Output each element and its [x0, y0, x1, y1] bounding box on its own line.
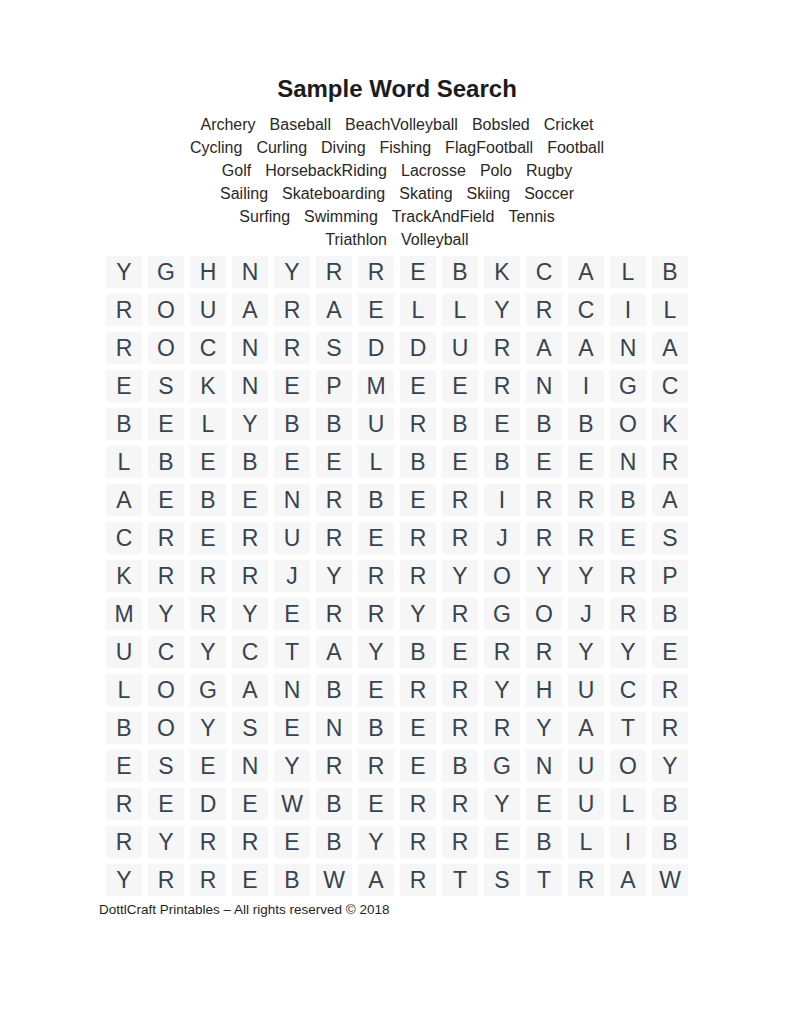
grid-cell: R [523, 633, 565, 671]
word-bank-line: TriathlonVolleyball [0, 228, 794, 251]
grid-cell: Y [271, 253, 313, 291]
grid-cell: E [271, 823, 313, 861]
grid-cell: R [397, 861, 439, 899]
grid-cell: H [523, 671, 565, 709]
grid-cell: E [523, 785, 565, 823]
grid-cell: E [439, 443, 481, 481]
grid-cell: D [355, 329, 397, 367]
grid-cell: R [145, 861, 187, 899]
grid-cell: K [649, 405, 691, 443]
grid-cell: S [145, 367, 187, 405]
grid-cell: A [229, 671, 271, 709]
grid-cell: R [523, 481, 565, 519]
grid-cell: T [439, 861, 481, 899]
grid-cell: R [397, 519, 439, 557]
grid-cell: R [607, 595, 649, 633]
grid-cell: W [313, 861, 355, 899]
word-bank-line: GolfHorsebackRidingLacrossePoloRugby [0, 159, 794, 182]
grid-cell: A [607, 861, 649, 899]
grid-cell: N [607, 443, 649, 481]
word-bank-word: Cricket [544, 116, 594, 133]
grid-cell: L [187, 405, 229, 443]
grid-cell: E [187, 747, 229, 785]
word-bank-word: Sailing [220, 185, 268, 202]
grid-cell: K [481, 253, 523, 291]
grid-cell: C [187, 329, 229, 367]
grid-cell: P [649, 557, 691, 595]
grid-cell: N [229, 367, 271, 405]
grid-cell: E [355, 785, 397, 823]
grid-cell: B [649, 785, 691, 823]
grid-cell: N [523, 747, 565, 785]
grid-cell: E [271, 367, 313, 405]
word-bank-word: Lacrosse [401, 162, 466, 179]
grid-cell: T [607, 709, 649, 747]
grid-cell: R [355, 595, 397, 633]
grid-cell: R [313, 747, 355, 785]
grid-cell: R [649, 709, 691, 747]
grid-cell: R [271, 291, 313, 329]
grid-cell: C [649, 367, 691, 405]
grid-cell: J [565, 595, 607, 633]
grid-cell: B [649, 253, 691, 291]
grid-cell: R [313, 595, 355, 633]
grid-cell: G [187, 671, 229, 709]
grid-cell: G [145, 253, 187, 291]
grid-cell: B [271, 861, 313, 899]
grid-cell: B [145, 443, 187, 481]
grid-cell: Y [565, 633, 607, 671]
grid-cell: B [355, 709, 397, 747]
grid-cell: H [187, 253, 229, 291]
grid-cell: O [607, 405, 649, 443]
grid-cell: R [187, 861, 229, 899]
grid-cell: R [439, 785, 481, 823]
grid-cell: Y [103, 253, 145, 291]
grid-cell: T [523, 861, 565, 899]
grid-cell: D [187, 785, 229, 823]
grid-cell: E [439, 633, 481, 671]
grid-cell: O [523, 595, 565, 633]
grid-cell: A [103, 481, 145, 519]
grid-cell: R [103, 785, 145, 823]
grid-cell: C [103, 519, 145, 557]
grid-cell: Y [103, 861, 145, 899]
word-bank-word: Volleyball [401, 231, 469, 248]
grid-cell: B [649, 823, 691, 861]
word-bank-word: Curling [256, 139, 307, 156]
grid-cell: E [355, 671, 397, 709]
grid-cell: G [481, 595, 523, 633]
grid-cell: C [607, 671, 649, 709]
grid-cell: I [481, 481, 523, 519]
grid-cell: E [397, 367, 439, 405]
grid-cell: B [313, 823, 355, 861]
grid-cell: K [187, 367, 229, 405]
grid-cell: G [481, 747, 523, 785]
grid-cell: S [313, 329, 355, 367]
grid-cell: P [313, 367, 355, 405]
grid-cell: C [145, 633, 187, 671]
grid-cell: I [607, 291, 649, 329]
grid-cell: E [313, 443, 355, 481]
word-bank-word: Tennis [508, 208, 554, 225]
word-bank-word: Swimming [304, 208, 378, 225]
grid-cell: N [229, 747, 271, 785]
grid-cell: R [103, 329, 145, 367]
word-bank-word: Bobsled [472, 116, 530, 133]
grid-cell: O [481, 557, 523, 595]
word-bank-word: Fishing [380, 139, 432, 156]
grid-cell: R [439, 671, 481, 709]
grid-cell: U [103, 633, 145, 671]
word-bank-line: SurfingSwimmingTrackAndFieldTennis [0, 205, 794, 228]
grid-cell: A [313, 291, 355, 329]
grid-cell: O [607, 747, 649, 785]
grid-cell: Y [481, 671, 523, 709]
grid-cell: R [355, 557, 397, 595]
grid-cell: M [355, 367, 397, 405]
grid-cell: B [523, 823, 565, 861]
grid-cell: T [271, 633, 313, 671]
grid-cell: U [271, 519, 313, 557]
grid-cell: Y [481, 291, 523, 329]
word-bank: ArcheryBaseballBeachVolleyballBobsledCri… [0, 113, 794, 251]
grid-cell: A [565, 329, 607, 367]
grid-cell: R [649, 443, 691, 481]
grid-cell: E [481, 823, 523, 861]
grid-cell: B [439, 253, 481, 291]
grid-cell: Y [229, 595, 271, 633]
grid-cell: I [565, 367, 607, 405]
grid-cell: B [523, 405, 565, 443]
grid-cell: Y [439, 557, 481, 595]
grid-cell: E [187, 519, 229, 557]
grid-cell: E [355, 519, 397, 557]
grid-cell: E [649, 633, 691, 671]
grid-cell: A [313, 633, 355, 671]
word-bank-word: Triathlon [325, 231, 387, 248]
grid-cell: L [355, 443, 397, 481]
grid-cell: R [649, 671, 691, 709]
grid-cell: A [649, 481, 691, 519]
grid-cell: I [607, 823, 649, 861]
grid-cell: R [397, 785, 439, 823]
grid-cell: R [103, 823, 145, 861]
grid-cell: B [439, 405, 481, 443]
grid-cell: B [649, 595, 691, 633]
grid-cell: N [271, 481, 313, 519]
grid-cell: C [229, 633, 271, 671]
grid-cell: O [145, 329, 187, 367]
grid-cell: R [481, 367, 523, 405]
grid-cell: B [313, 671, 355, 709]
grid-cell: A [523, 329, 565, 367]
grid-cell: B [439, 747, 481, 785]
grid-cell: B [607, 481, 649, 519]
grid-cell: L [439, 291, 481, 329]
grid-cell: L [649, 291, 691, 329]
grid-cell: R [313, 519, 355, 557]
grid-cell: M [103, 595, 145, 633]
grid-cell: R [439, 519, 481, 557]
grid-cell: R [271, 329, 313, 367]
grid-cell: K [103, 557, 145, 595]
grid-cell: U [187, 291, 229, 329]
grid-cell: B [103, 709, 145, 747]
word-bank-word: Surfing [239, 208, 290, 225]
grid-cell: R [355, 747, 397, 785]
grid-cell: Y [187, 709, 229, 747]
grid-cell: R [103, 291, 145, 329]
grid-cell: L [607, 253, 649, 291]
grid-cell: J [481, 519, 523, 557]
word-bank-word: Polo [480, 162, 512, 179]
grid-cell: C [523, 253, 565, 291]
grid-cell: Y [145, 595, 187, 633]
grid-cell: R [523, 519, 565, 557]
grid-cell: R [481, 709, 523, 747]
grid-cell: E [187, 443, 229, 481]
grid-cell: Y [607, 633, 649, 671]
grid-cell: O [145, 291, 187, 329]
grid-cell: R [523, 291, 565, 329]
grid-cell: R [187, 823, 229, 861]
word-bank-word: FlagFootball [445, 139, 533, 156]
grid-cell: E [271, 709, 313, 747]
grid-cell: A [565, 709, 607, 747]
word-bank-word: Cycling [190, 139, 242, 156]
grid-cell: R [565, 481, 607, 519]
grid-cell: B [397, 633, 439, 671]
grid-cell: R [481, 329, 523, 367]
grid-cell: R [439, 481, 481, 519]
grid-cell: Y [649, 747, 691, 785]
grid-cell: L [607, 785, 649, 823]
grid-cell: O [145, 709, 187, 747]
grid-cell: R [397, 671, 439, 709]
grid-cell: L [103, 671, 145, 709]
grid-cell: R [313, 481, 355, 519]
grid-cell: R [397, 823, 439, 861]
grid-cell: R [397, 405, 439, 443]
word-bank-word: Skateboarding [282, 185, 385, 202]
grid-cell: E [145, 481, 187, 519]
grid-cell: Y [145, 823, 187, 861]
grid-cell: B [229, 443, 271, 481]
grid-cell: R [439, 709, 481, 747]
grid-cell: B [355, 481, 397, 519]
word-bank-word: Diving [321, 139, 365, 156]
grid-cell: E [397, 481, 439, 519]
grid-cell: U [439, 329, 481, 367]
grid-cell: E [523, 443, 565, 481]
word-bank-word: Skiing [467, 185, 511, 202]
grid-cell: J [271, 557, 313, 595]
grid-cell: R [565, 861, 607, 899]
grid-cell: N [313, 709, 355, 747]
grid-cell: U [355, 405, 397, 443]
word-bank-word: TrackAndField [392, 208, 495, 225]
grid-cell: Y [523, 709, 565, 747]
grid-cell: E [271, 595, 313, 633]
word-bank-word: Skating [399, 185, 452, 202]
grid-cell: Y [355, 823, 397, 861]
grid-cell: R [187, 557, 229, 595]
word-bank-word: Football [547, 139, 604, 156]
grid-cell: N [271, 671, 313, 709]
grid-cell: E [229, 785, 271, 823]
grid-cell: Y [313, 557, 355, 595]
grid-cell: W [649, 861, 691, 899]
grid-cell: A [649, 329, 691, 367]
grid-cell: E [439, 367, 481, 405]
grid-cell: Y [565, 557, 607, 595]
grid-cell: Y [355, 633, 397, 671]
grid-cell: L [397, 291, 439, 329]
grid-cell: B [271, 405, 313, 443]
grid-cell: S [145, 747, 187, 785]
word-bank-word: Golf [222, 162, 251, 179]
grid-cell: E [355, 291, 397, 329]
grid-cell: R [145, 519, 187, 557]
grid-cell: Y [271, 747, 313, 785]
grid-cell: L [103, 443, 145, 481]
grid-cell: N [607, 329, 649, 367]
word-search-page: Sample Word Search ArcheryBaseballBeachV… [0, 0, 794, 1029]
word-bank-word: Archery [200, 116, 255, 133]
grid-cell: B [481, 443, 523, 481]
grid-cell: S [649, 519, 691, 557]
grid-cell: B [313, 405, 355, 443]
grid-cell: S [481, 861, 523, 899]
grid-cell: E [145, 785, 187, 823]
grid-cell: B [187, 481, 229, 519]
grid-cell: Y [229, 405, 271, 443]
grid-cell: E [397, 747, 439, 785]
word-bank-word: Baseball [270, 116, 331, 133]
word-bank-word: HorsebackRiding [265, 162, 387, 179]
page-title: Sample Word Search [0, 74, 794, 104]
grid-cell: A [565, 253, 607, 291]
grid-cell: E [103, 367, 145, 405]
word-bank-line: CyclingCurlingDivingFishingFlagFootballF… [0, 136, 794, 159]
grid-cell: R [481, 633, 523, 671]
word-bank-word: Soccer [524, 185, 574, 202]
grid-cell: W [271, 785, 313, 823]
grid-cell: U [565, 671, 607, 709]
grid-cell: E [229, 481, 271, 519]
grid-cell: R [229, 557, 271, 595]
grid-cell: R [565, 519, 607, 557]
grid-cell: B [103, 405, 145, 443]
grid-cell: R [313, 253, 355, 291]
grid-cell: E [145, 405, 187, 443]
word-bank-word: Rugby [526, 162, 572, 179]
footer-credit: DottlCraft Printables – All rights reser… [99, 902, 390, 917]
grid-cell: N [229, 329, 271, 367]
grid-cell: E [271, 443, 313, 481]
grid-cell: E [397, 709, 439, 747]
grid-cell: U [565, 785, 607, 823]
word-bank-line: SailingSkateboardingSkatingSkiingSoccer [0, 182, 794, 205]
grid-cell: E [103, 747, 145, 785]
grid-cell: R [229, 519, 271, 557]
grid-cell: E [565, 443, 607, 481]
grid-cell: S [229, 709, 271, 747]
grid-cell: R [607, 557, 649, 595]
grid-cell: E [397, 253, 439, 291]
grid-cell: G [607, 367, 649, 405]
grid-cell: R [355, 253, 397, 291]
grid-cell: B [565, 405, 607, 443]
grid-cell: N [523, 367, 565, 405]
letter-grid: YGHNYRREBKCALBROUARAELLYRCILROCNRSDDURAA… [103, 253, 691, 899]
word-bank-line: ArcheryBaseballBeachVolleyballBobsledCri… [0, 113, 794, 136]
grid-cell: B [313, 785, 355, 823]
grid-cell: R [187, 595, 229, 633]
grid-cell: U [565, 747, 607, 785]
grid-cell: C [565, 291, 607, 329]
grid-cell: N [229, 253, 271, 291]
grid-cell: D [397, 329, 439, 367]
grid-cell: Y [481, 785, 523, 823]
grid-cell: A [355, 861, 397, 899]
grid-cell: A [229, 291, 271, 329]
grid-cell: R [397, 557, 439, 595]
grid-cell: R [145, 557, 187, 595]
grid-cell: R [229, 823, 271, 861]
grid-cell: Y [523, 557, 565, 595]
grid-cell: E [481, 405, 523, 443]
grid-cell: R [439, 823, 481, 861]
grid-cell: R [439, 595, 481, 633]
grid-cell: B [397, 443, 439, 481]
grid-cell: E [229, 861, 271, 899]
word-bank-word: BeachVolleyball [345, 116, 458, 133]
grid-cell: Y [187, 633, 229, 671]
grid-cell: E [607, 519, 649, 557]
grid-cell: L [565, 823, 607, 861]
grid-cell: O [145, 671, 187, 709]
grid-cell: Y [397, 595, 439, 633]
